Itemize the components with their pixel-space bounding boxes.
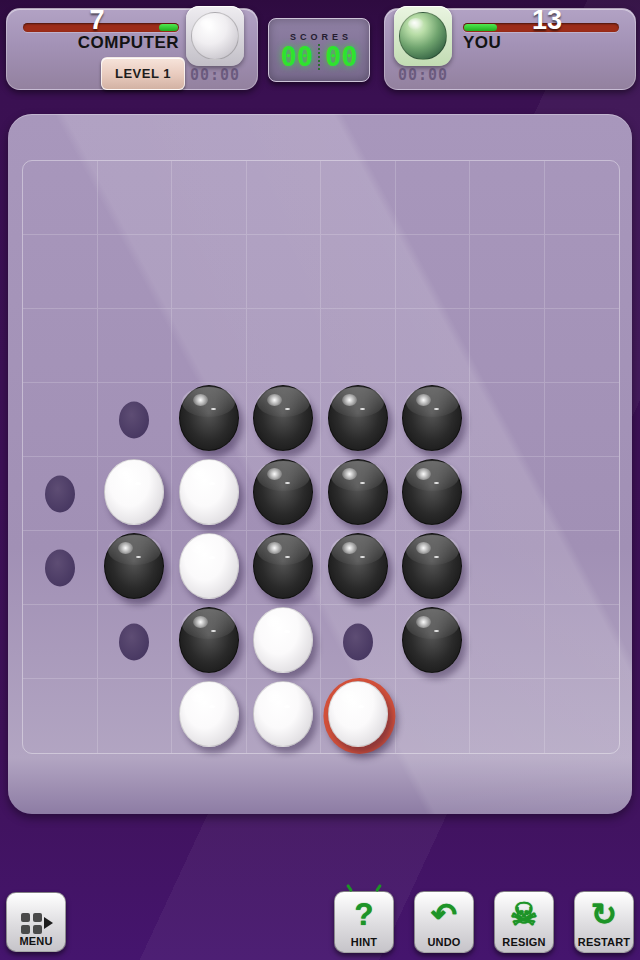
cell-f4[interactable] [396, 383, 471, 457]
cell-d1[interactable] [247, 161, 322, 235]
legal-move-dot [119, 401, 149, 438]
you-disc-tile [394, 6, 452, 66]
cell-a5[interactable] [23, 457, 98, 531]
you-timer: 00:00 [394, 66, 452, 84]
restart-button-label: RESTART [578, 936, 631, 948]
scores-digits: 00 00 [280, 43, 357, 70]
cell-b1[interactable] [98, 161, 173, 235]
cell-g6[interactable] [470, 531, 545, 605]
undo-curved-arrow-icon: ↶ [431, 892, 457, 936]
black-disc [253, 459, 313, 525]
black-disc [253, 385, 313, 451]
white-disc [253, 681, 313, 747]
cell-e2[interactable] [321, 235, 396, 309]
cell-d8[interactable] [247, 679, 322, 753]
cell-d2[interactable] [247, 235, 322, 309]
cell-f7[interactable] [396, 605, 471, 679]
restart-button[interactable]: ↻ RESTART [574, 891, 634, 953]
cell-h1[interactable] [545, 161, 620, 235]
black-disc [402, 607, 462, 673]
cell-c7[interactable] [172, 605, 247, 679]
cell-c2[interactable] [172, 235, 247, 309]
black-disc [179, 385, 239, 451]
cell-e1[interactable] [321, 161, 396, 235]
reversi-board [22, 160, 620, 754]
legal-move-dot [45, 549, 75, 586]
cell-f1[interactable] [396, 161, 471, 235]
cell-c4[interactable] [172, 383, 247, 457]
cell-c6[interactable] [172, 531, 247, 605]
scores-left: 00 [280, 43, 313, 70]
black-disc [328, 459, 388, 525]
restart-circular-arrow-icon: ↻ [591, 892, 617, 936]
skull-crossbones-icon: ☠ [510, 892, 538, 936]
cell-d7[interactable] [247, 605, 322, 679]
cell-g8[interactable] [470, 679, 545, 753]
cell-a2[interactable] [23, 235, 98, 309]
white-disc [179, 681, 239, 747]
scores-divider [318, 44, 320, 70]
cell-b8[interactable] [98, 679, 173, 753]
arrow-right-icon [44, 917, 53, 929]
cell-f8[interactable] [396, 679, 471, 753]
cell-b5[interactable] [98, 457, 173, 531]
undo-button[interactable]: ↶ UNDO [414, 891, 474, 953]
black-disc [402, 533, 462, 599]
hint-button-label: HINT [351, 936, 377, 948]
legal-move-dot [45, 475, 75, 512]
white-disc [104, 459, 164, 525]
app-screen: 7 COMPUTER LEVEL 1 00:00 SCORES 00 00 13… [0, 0, 640, 960]
resign-button[interactable]: ☠ RESIGN [494, 891, 554, 953]
cell-g7[interactable] [470, 605, 545, 679]
cell-b4[interactable] [98, 383, 173, 457]
cell-g3[interactable] [470, 309, 545, 383]
cell-b6[interactable] [98, 531, 173, 605]
cell-b2[interactable] [98, 235, 173, 309]
cell-g2[interactable] [470, 235, 545, 309]
legal-move-dot [343, 623, 373, 660]
white-disc-last-move [328, 681, 388, 747]
you-progress-green [464, 24, 497, 31]
computer-disc-tile [186, 6, 244, 66]
black-disc [402, 385, 462, 451]
menu-icon [19, 911, 53, 935]
cell-a4[interactable] [23, 383, 98, 457]
cell-h5[interactable] [545, 457, 620, 531]
cell-c5[interactable] [172, 457, 247, 531]
cell-c8[interactable] [172, 679, 247, 753]
cell-a1[interactable] [23, 161, 98, 235]
cell-g5[interactable] [470, 457, 545, 531]
cell-f3[interactable] [396, 309, 471, 383]
undo-button-label: UNDO [427, 936, 460, 948]
cell-a6[interactable] [23, 531, 98, 605]
menu-button[interactable]: MENU [6, 892, 66, 952]
cell-a3[interactable] [23, 309, 98, 383]
cell-a7[interactable] [23, 605, 98, 679]
cell-h2[interactable] [545, 235, 620, 309]
you-label: YOU [463, 33, 619, 53]
cell-g4[interactable] [470, 383, 545, 457]
cell-b7[interactable] [98, 605, 173, 679]
cell-d4[interactable] [247, 383, 322, 457]
resign-button-label: RESIGN [502, 936, 545, 948]
black-disc [402, 459, 462, 525]
computer-score: 7 [75, 5, 119, 36]
cell-c1[interactable] [172, 161, 247, 235]
cell-e4[interactable] [321, 383, 396, 457]
black-disc [328, 385, 388, 451]
scores-panel: SCORES 00 00 [268, 18, 370, 82]
scores-right: 00 [325, 43, 358, 70]
legal-move-dot [119, 623, 149, 660]
black-disc [253, 533, 313, 599]
cell-h4[interactable] [545, 383, 620, 457]
black-disc [179, 607, 239, 673]
cell-f6[interactable] [396, 531, 471, 605]
cell-h6[interactable] [545, 531, 620, 605]
cell-f5[interactable] [396, 457, 471, 531]
cell-d5[interactable] [247, 457, 322, 531]
black-disc [104, 533, 164, 599]
level-button[interactable]: LEVEL 1 [101, 57, 185, 90]
cell-g1[interactable] [470, 161, 545, 235]
black-disc [328, 533, 388, 599]
cell-e6[interactable] [321, 531, 396, 605]
white-disc [179, 459, 239, 525]
green-disc-icon [399, 12, 447, 60]
cell-c3[interactable] [172, 309, 247, 383]
cell-e3[interactable] [321, 309, 396, 383]
computer-progress-green [159, 24, 178, 31]
cell-e8[interactable] [321, 679, 396, 753]
cell-h8[interactable] [545, 679, 620, 753]
cell-e5[interactable] [321, 457, 396, 531]
hint-button[interactable]: ? HINT [334, 891, 394, 953]
cell-d3[interactable] [247, 309, 322, 383]
board-panel [8, 114, 632, 814]
question-mark-icon: ? [355, 892, 374, 936]
cell-h7[interactable] [545, 605, 620, 679]
cell-d6[interactable] [247, 531, 322, 605]
cell-a8[interactable] [23, 679, 98, 753]
cell-b3[interactable] [98, 309, 173, 383]
white-disc [253, 607, 313, 673]
white-disc [179, 533, 239, 599]
cell-h3[interactable] [545, 309, 620, 383]
you-score: 13 [524, 5, 570, 36]
computer-timer: 00:00 [186, 66, 244, 84]
menu-button-label: MENU [19, 935, 52, 947]
cell-f2[interactable] [396, 235, 471, 309]
computer-label: COMPUTER [23, 33, 179, 53]
white-disc-icon [191, 12, 239, 60]
cell-e7[interactable] [321, 605, 396, 679]
